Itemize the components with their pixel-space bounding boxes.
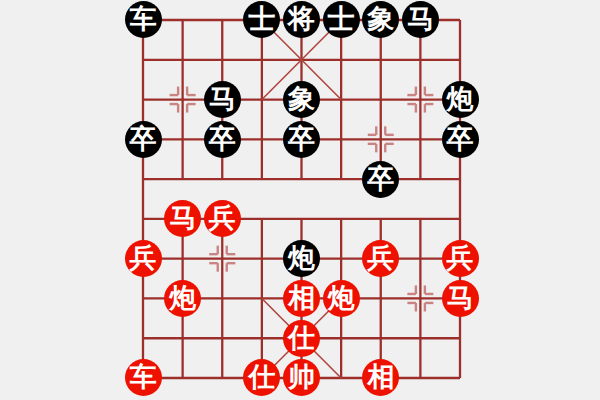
piece-black-cannon[interactable]: 炮 [442,81,479,118]
piece-black-advisor[interactable]: 士 [323,1,360,38]
piece-glyph: 仕 [288,324,315,351]
piece-glyph: 马 [169,204,196,231]
piece-glyph: 仕 [248,363,275,390]
piece-glyph: 将 [288,5,315,32]
piece-glyph: 卒 [209,125,236,152]
piece-black-soldier[interactable]: 卒 [125,121,162,158]
piece-glyph: 车 [130,363,157,390]
piece-red-advisor[interactable]: 仕 [243,359,280,396]
piece-black-elephant[interactable]: 象 [362,1,399,38]
piece-red-soldier[interactable]: 兵 [125,240,162,277]
piece-glyph: 炮 [447,85,474,112]
piece-glyph: 相 [288,284,315,311]
piece-glyph: 兵 [367,244,394,271]
piece-black-horse[interactable]: 马 [402,1,439,38]
piece-red-general[interactable]: 帅 [283,359,320,396]
piece-black-soldier[interactable]: 卒 [204,121,241,158]
piece-black-soldier[interactable]: 卒 [362,161,399,198]
piece-glyph: 卒 [367,165,394,192]
piece-glyph: 炮 [288,244,315,271]
piece-glyph: 士 [328,5,355,32]
piece-glyph: 马 [407,5,434,32]
piece-red-advisor[interactable]: 仕 [283,320,320,357]
piece-glyph: 炮 [328,284,355,311]
piece-glyph: 相 [367,363,394,390]
piece-glyph: 卒 [130,125,157,152]
piece-glyph: 兵 [447,244,474,271]
piece-black-cannon[interactable]: 炮 [283,240,320,277]
piece-glyph: 士 [248,5,275,32]
piece-black-general[interactable]: 将 [283,1,320,38]
piece-black-horse[interactable]: 马 [204,81,241,118]
piece-red-elephant[interactable]: 相 [362,359,399,396]
piece-black-soldier[interactable]: 卒 [283,121,320,158]
piece-red-soldier[interactable]: 兵 [442,240,479,277]
piece-red-horse[interactable]: 马 [164,200,201,237]
piece-glyph: 兵 [209,204,236,231]
piece-glyph: 马 [447,284,474,311]
piece-red-cannon[interactable]: 炮 [164,280,201,317]
piece-glyph: 卒 [447,125,474,152]
piece-black-advisor[interactable]: 士 [243,1,280,38]
piece-red-horse[interactable]: 马 [442,280,479,317]
piece-glyph: 兵 [130,244,157,271]
piece-red-soldier[interactable]: 兵 [362,240,399,277]
piece-red-cannon[interactable]: 炮 [323,280,360,317]
piece-glyph: 马 [209,85,236,112]
piece-glyph: 炮 [169,284,196,311]
piece-red-chariot[interactable]: 车 [125,359,162,396]
piece-glyph: 车 [130,5,157,32]
piece-black-chariot[interactable]: 车 [125,1,162,38]
piece-black-soldier[interactable]: 卒 [442,121,479,158]
piece-glyph: 象 [288,85,315,112]
xiangqi-app-canvas: 车士将士象马马象炮卒卒卒卒卒炮马兵兵兵兵炮相炮马仕车仕帅相 [0,0,600,400]
piece-black-elephant[interactable]: 象 [283,81,320,118]
piece-glyph: 象 [367,5,394,32]
piece-glyph: 帅 [288,363,315,390]
piece-red-soldier[interactable]: 兵 [204,200,241,237]
piece-glyph: 卒 [288,125,315,152]
xiangqi-board[interactable]: 车士将士象马马象炮卒卒卒卒卒炮马兵兵兵兵炮相炮马仕车仕帅相 [123,0,480,398]
piece-red-elephant[interactable]: 相 [283,280,320,317]
